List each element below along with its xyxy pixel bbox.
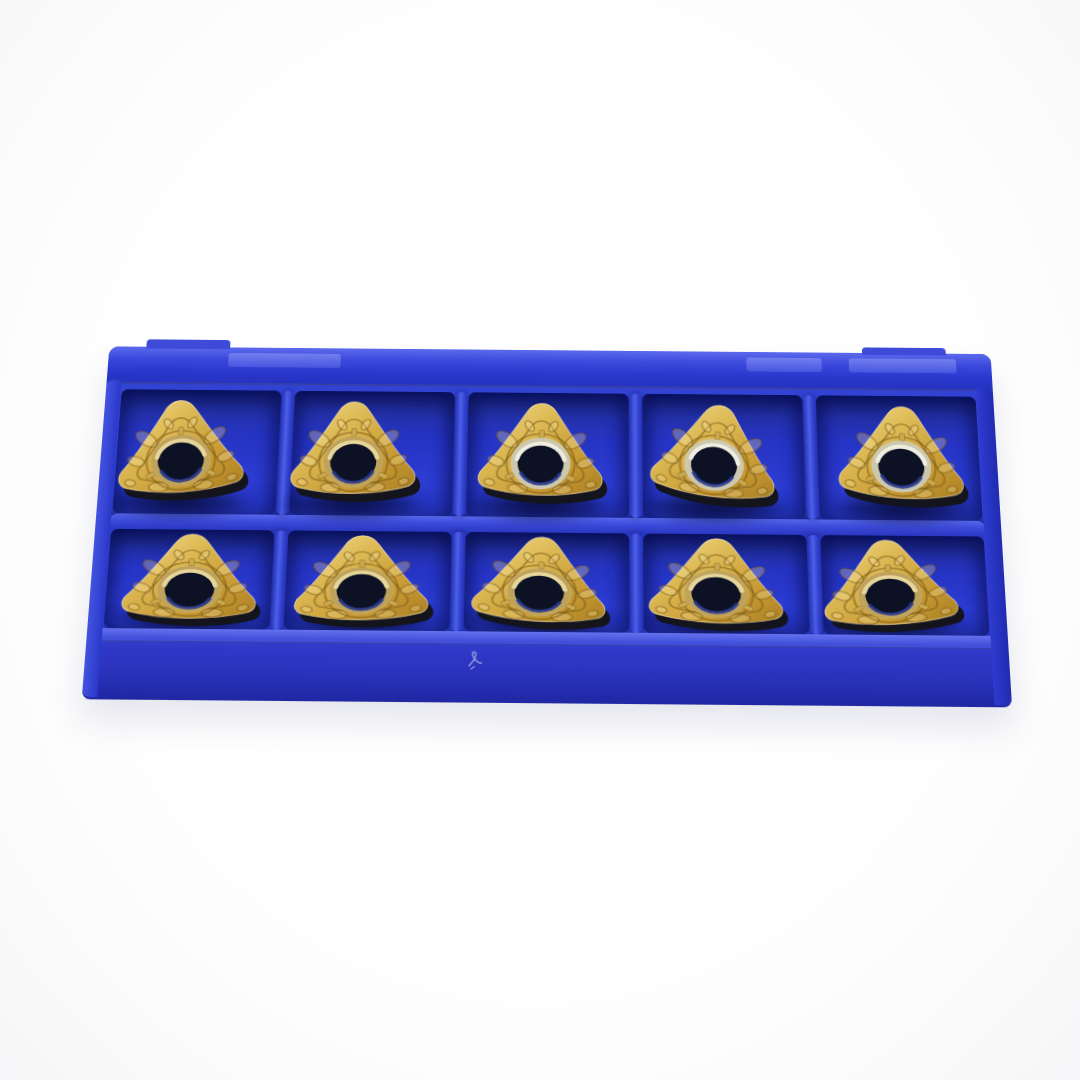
latch-nub bbox=[146, 339, 230, 349]
product-photo bbox=[0, 0, 1080, 1080]
turning-insert bbox=[464, 397, 616, 513]
scratch-mark bbox=[465, 647, 486, 672]
compartment-cell bbox=[816, 395, 983, 521]
turning-insert bbox=[826, 397, 976, 518]
storage-box bbox=[82, 346, 1012, 705]
turning-insert bbox=[106, 529, 272, 634]
compartment-row bbox=[104, 529, 990, 636]
turning-insert bbox=[805, 532, 974, 642]
box-front-wall bbox=[82, 628, 1012, 707]
turning-insert bbox=[635, 531, 796, 641]
compartment-cell bbox=[284, 530, 452, 631]
turning-insert bbox=[280, 530, 442, 635]
compartment-grid bbox=[87, 384, 1007, 636]
latch-tab bbox=[228, 353, 341, 368]
compartment-cell bbox=[464, 532, 630, 633]
compartment-cell bbox=[104, 529, 275, 630]
latch-nub bbox=[862, 347, 946, 355]
latch-tab bbox=[746, 357, 822, 372]
compartment-cell bbox=[466, 392, 629, 518]
latch-tab bbox=[849, 358, 957, 373]
compartment-cell bbox=[289, 391, 455, 516]
turning-insert bbox=[634, 391, 794, 521]
compartment-cell bbox=[643, 534, 809, 635]
turning-insert bbox=[277, 396, 428, 510]
compartment-cell bbox=[112, 389, 281, 514]
turning-insert bbox=[106, 391, 256, 512]
turning-insert bbox=[456, 528, 622, 641]
compartment-cell bbox=[642, 394, 806, 520]
compartment-cell bbox=[820, 535, 989, 636]
compartment-row bbox=[112, 389, 982, 521]
